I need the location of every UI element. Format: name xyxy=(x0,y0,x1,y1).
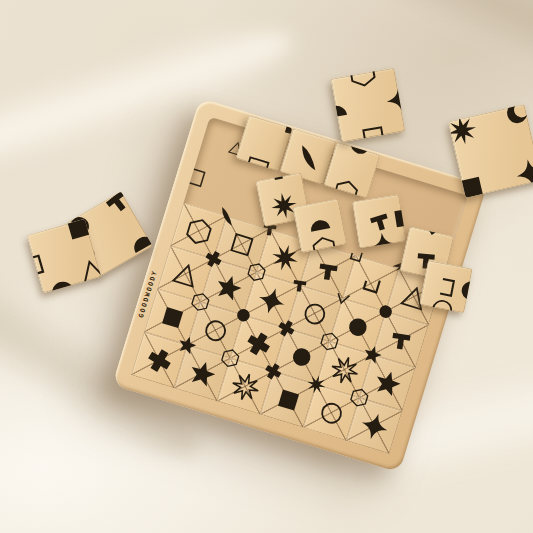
circle-outline-icon xyxy=(314,395,349,430)
hexagon-outline-icon xyxy=(181,213,216,248)
burst-icon xyxy=(267,240,302,275)
circle-outline-icon xyxy=(198,313,233,348)
square-fill-icon xyxy=(271,382,306,417)
square-outline-icon xyxy=(356,120,391,142)
square-fill-icon xyxy=(155,299,190,334)
circle-fill-icon xyxy=(340,309,375,344)
half-circle-icon xyxy=(122,223,153,264)
four-point-star-icon xyxy=(383,82,405,117)
cross-icon xyxy=(241,326,276,361)
star-icon xyxy=(211,270,246,305)
circle-outline-icon xyxy=(297,296,332,331)
four-point-star-icon xyxy=(513,155,533,191)
square-outline-icon xyxy=(224,227,259,262)
half-circle-down-icon xyxy=(342,142,376,165)
puzzle-board: GOODWOODY xyxy=(112,98,487,473)
fin-icon xyxy=(291,140,325,174)
loose-tile-top-center[interactable] xyxy=(331,68,405,142)
t-shape-icon xyxy=(383,322,418,357)
cross-icon xyxy=(142,343,177,378)
t-shape-icon xyxy=(310,253,345,288)
crescent-icon xyxy=(498,104,533,133)
displaced-tile-cluster-right[interactable] xyxy=(293,199,347,253)
triangle-outline-icon xyxy=(168,256,203,291)
circle-fill-icon xyxy=(284,339,319,374)
fabric-background: GOODWOODY xyxy=(0,0,533,533)
displaced-tile-overhang-lower[interactable] xyxy=(420,260,473,313)
star-icon xyxy=(185,356,220,391)
j-bracket-icon xyxy=(353,266,388,301)
burst-outline-icon xyxy=(327,352,362,387)
burst-icon xyxy=(448,112,480,148)
burst-outline-icon xyxy=(228,369,263,404)
half-circle-icon xyxy=(331,95,353,130)
displaced-tile-tilted-right[interactable] xyxy=(352,194,406,248)
hexagon-outline-icon xyxy=(345,68,380,90)
four-point-star-icon xyxy=(357,408,392,443)
four-point-star-icon xyxy=(254,283,289,318)
t-shape-icon xyxy=(97,191,138,222)
star-icon xyxy=(370,365,405,400)
